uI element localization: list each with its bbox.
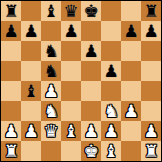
white-knight[interactable]: ♞	[103, 103, 118, 120]
black-knight[interactable]: ♞	[43, 43, 58, 60]
square-d8[interactable]: ♛	[61, 1, 81, 21]
black-pawn[interactable]: ♟	[143, 23, 158, 40]
square-h6[interactable]	[141, 41, 161, 61]
black-pawn[interactable]: ♟	[103, 63, 118, 80]
square-c3[interactable]: ♞	[41, 101, 61, 121]
square-h4[interactable]	[141, 81, 161, 101]
white-rook[interactable]: ♜	[143, 143, 158, 160]
square-h8[interactable]: ♜	[141, 1, 161, 21]
square-a8[interactable]: ♜	[1, 1, 21, 21]
white-bishop[interactable]: ♝	[103, 143, 118, 160]
square-a4[interactable]	[1, 81, 21, 101]
square-f7[interactable]	[101, 21, 121, 41]
square-c4[interactable]: ♟	[41, 81, 61, 101]
square-g4[interactable]	[121, 81, 141, 101]
square-d5[interactable]	[61, 61, 81, 81]
square-b7[interactable]: ♟	[21, 21, 41, 41]
white-pawn[interactable]: ♟	[103, 123, 118, 140]
square-c8[interactable]: ♝	[41, 1, 61, 21]
square-f6[interactable]	[101, 41, 121, 61]
square-a7[interactable]: ♟	[1, 21, 21, 41]
square-e6[interactable]: ♟	[81, 41, 101, 61]
square-g1[interactable]	[121, 141, 141, 161]
square-h2[interactable]: ♟	[141, 121, 161, 141]
square-d7[interactable]: ♟	[61, 21, 81, 41]
white-pawn[interactable]: ♟	[3, 123, 18, 140]
square-e8[interactable]: ♚	[81, 1, 101, 21]
white-king[interactable]: ♚	[83, 143, 98, 160]
square-f5[interactable]: ♟	[101, 61, 121, 81]
white-pawn[interactable]: ♟	[43, 83, 58, 100]
square-g7[interactable]: ♟	[121, 21, 141, 41]
square-e1[interactable]: ♚	[81, 141, 101, 161]
square-c7[interactable]	[41, 21, 61, 41]
square-e3[interactable]	[81, 101, 101, 121]
square-f3[interactable]: ♞	[101, 101, 121, 121]
square-b6[interactable]	[21, 41, 41, 61]
square-b1[interactable]	[21, 141, 41, 161]
square-c5[interactable]: ♞	[41, 61, 61, 81]
square-d3[interactable]	[61, 101, 81, 121]
square-b2[interactable]: ♟	[21, 121, 41, 141]
black-pawn[interactable]: ♟	[23, 23, 38, 40]
square-b5[interactable]	[21, 61, 41, 81]
white-bishop[interactable]: ♝	[63, 123, 78, 140]
square-d4[interactable]	[61, 81, 81, 101]
black-bishop[interactable]: ♝	[43, 3, 58, 20]
white-pawn[interactable]: ♟	[23, 123, 38, 140]
square-b8[interactable]	[21, 1, 41, 21]
square-d1[interactable]	[61, 141, 81, 161]
square-e7[interactable]	[81, 21, 101, 41]
white-pawn[interactable]: ♟	[123, 103, 138, 120]
black-knight[interactable]: ♞	[43, 63, 58, 80]
square-f4[interactable]	[101, 81, 121, 101]
white-queen[interactable]: ♛	[43, 123, 58, 140]
square-d2[interactable]: ♝	[61, 121, 81, 141]
black-pawn[interactable]: ♟	[3, 23, 18, 40]
square-g3[interactable]: ♟	[121, 101, 141, 121]
white-pawn[interactable]: ♟	[83, 123, 98, 140]
white-rook[interactable]: ♜	[3, 143, 18, 160]
chess-board: ♜♝♛♚♜♟♟♟♟♟♞♟♞♟♝♟♞♞♟♟♟♛♝♟♟♟♜♚♝♜	[0, 0, 162, 162]
square-h5[interactable]	[141, 61, 161, 81]
square-c1[interactable]	[41, 141, 61, 161]
square-f1[interactable]: ♝	[101, 141, 121, 161]
square-b3[interactable]	[21, 101, 41, 121]
square-a5[interactable]	[1, 61, 21, 81]
square-a3[interactable]	[1, 101, 21, 121]
black-rook[interactable]: ♜	[143, 3, 158, 20]
square-h3[interactable]	[141, 101, 161, 121]
black-rook[interactable]: ♜	[3, 3, 18, 20]
square-e2[interactable]: ♟	[81, 121, 101, 141]
black-pawn[interactable]: ♟	[83, 43, 98, 60]
square-h7[interactable]: ♟	[141, 21, 161, 41]
square-a6[interactable]	[1, 41, 21, 61]
white-pawn[interactable]: ♟	[143, 123, 158, 140]
black-king[interactable]: ♚	[83, 3, 98, 20]
square-g6[interactable]	[121, 41, 141, 61]
square-d6[interactable]	[61, 41, 81, 61]
square-b4[interactable]: ♝	[21, 81, 41, 101]
square-c2[interactable]: ♛	[41, 121, 61, 141]
square-g5[interactable]	[121, 61, 141, 81]
black-pawn[interactable]: ♟	[63, 23, 78, 40]
square-c6[interactable]: ♞	[41, 41, 61, 61]
black-queen[interactable]: ♛	[63, 3, 78, 20]
square-f8[interactable]	[101, 1, 121, 21]
square-g2[interactable]	[121, 121, 141, 141]
square-g8[interactable]	[121, 1, 141, 21]
square-h1[interactable]: ♜	[141, 141, 161, 161]
square-a2[interactable]: ♟	[1, 121, 21, 141]
square-f2[interactable]: ♟	[101, 121, 121, 141]
square-e4[interactable]	[81, 81, 101, 101]
square-e5[interactable]	[81, 61, 101, 81]
black-pawn[interactable]: ♟	[123, 23, 138, 40]
white-knight[interactable]: ♞	[43, 103, 58, 120]
square-a1[interactable]: ♜	[1, 141, 21, 161]
black-bishop[interactable]: ♝	[23, 83, 38, 100]
